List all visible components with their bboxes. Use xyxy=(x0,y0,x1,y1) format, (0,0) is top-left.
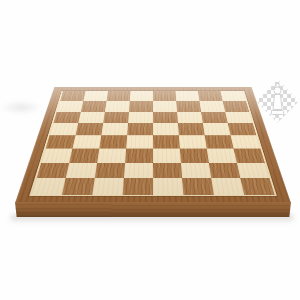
square-d7 xyxy=(129,101,153,112)
square-b8 xyxy=(83,91,108,101)
square-g3 xyxy=(207,149,237,163)
square-e7 xyxy=(153,101,177,112)
square-h3 xyxy=(234,149,265,163)
square-h2 xyxy=(237,163,270,178)
square-c5 xyxy=(101,123,128,135)
square-c8 xyxy=(107,91,131,101)
square-h4 xyxy=(231,135,261,148)
square-h7 xyxy=(223,101,249,112)
square-c3 xyxy=(97,149,126,163)
board-shadow xyxy=(11,215,293,223)
square-f7 xyxy=(176,101,201,112)
square-a5 xyxy=(50,123,79,135)
square-g2 xyxy=(209,163,240,178)
square-e8 xyxy=(153,91,176,101)
square-a1 xyxy=(31,178,65,195)
square-c7 xyxy=(105,101,130,112)
square-b5 xyxy=(75,123,103,135)
square-d8 xyxy=(130,91,153,101)
square-c1 xyxy=(92,178,124,195)
square-a8 xyxy=(60,91,86,101)
square-f3 xyxy=(180,149,209,163)
square-c4 xyxy=(99,135,127,148)
square-b4 xyxy=(72,135,101,148)
square-d4 xyxy=(126,135,153,148)
square-f1 xyxy=(182,178,214,195)
square-e2 xyxy=(153,163,182,178)
square-c2 xyxy=(95,163,125,178)
square-a3 xyxy=(41,149,72,163)
square-h8 xyxy=(220,91,246,101)
square-g8 xyxy=(198,91,223,101)
square-h5 xyxy=(228,123,257,135)
square-g4 xyxy=(205,135,234,148)
square-a4 xyxy=(46,135,76,148)
square-f6 xyxy=(177,112,203,123)
square-d6 xyxy=(128,112,153,123)
square-e4 xyxy=(153,135,180,148)
playing-area xyxy=(29,91,277,196)
background-smudge xyxy=(0,101,42,114)
square-b6 xyxy=(78,112,105,123)
square-d3 xyxy=(125,149,153,163)
square-a2 xyxy=(37,163,70,178)
square-d1 xyxy=(123,178,153,195)
square-h6 xyxy=(225,112,253,123)
chessboard xyxy=(15,87,291,203)
square-f4 xyxy=(179,135,207,148)
square-b7 xyxy=(81,101,107,112)
square-a6 xyxy=(53,112,81,123)
square-f8 xyxy=(175,91,199,101)
square-g7 xyxy=(199,101,225,112)
square-e1 xyxy=(153,178,183,195)
square-b2 xyxy=(66,163,97,178)
square-d2 xyxy=(124,163,153,178)
square-f5 xyxy=(178,123,205,135)
square-e3 xyxy=(153,149,181,163)
square-c6 xyxy=(103,112,129,123)
square-b3 xyxy=(69,149,99,163)
square-g5 xyxy=(203,123,231,135)
scene xyxy=(0,0,300,300)
square-d5 xyxy=(127,123,153,135)
square-g1 xyxy=(211,178,244,195)
square-e5 xyxy=(153,123,179,135)
square-a7 xyxy=(57,101,83,112)
square-e6 xyxy=(153,112,178,123)
square-b1 xyxy=(62,178,95,195)
square-h1 xyxy=(240,178,274,195)
square-g6 xyxy=(201,112,228,123)
square-f2 xyxy=(181,163,211,178)
